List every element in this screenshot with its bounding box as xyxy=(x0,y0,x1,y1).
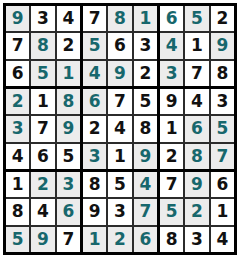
box-2: 781563492 xyxy=(83,6,157,86)
cell-r1c3[interactable]: 4 xyxy=(57,6,80,31)
cell-r3c4[interactable]: 4 xyxy=(83,61,106,86)
cell-r7c4[interactable]: 8 xyxy=(83,172,106,197)
cell-r5c1[interactable]: 3 xyxy=(6,116,29,141)
cell-r9c1[interactable]: 5 xyxy=(6,227,29,252)
cell-r2c2[interactable]: 8 xyxy=(31,33,54,58)
cell-r4c1[interactable]: 2 xyxy=(6,89,29,114)
cell-r6c5[interactable]: 1 xyxy=(108,144,131,169)
cell-r2c3[interactable]: 2 xyxy=(57,33,80,58)
cell-r4c6[interactable]: 5 xyxy=(134,89,157,114)
box-5: 675248319 xyxy=(83,89,157,169)
cell-r6c9[interactable]: 7 xyxy=(211,144,234,169)
cell-r5c9[interactable]: 5 xyxy=(211,116,234,141)
cell-r6c4[interactable]: 3 xyxy=(83,144,106,169)
sudoku-board: 9347826517815634926524193782183794656752… xyxy=(3,3,237,255)
cell-r8c9[interactable]: 1 xyxy=(211,199,234,224)
cell-r2c4[interactable]: 5 xyxy=(83,33,106,58)
box-8: 854937126 xyxy=(83,172,157,252)
box-4: 218379465 xyxy=(6,89,80,169)
cell-r2c7[interactable]: 4 xyxy=(160,33,183,58)
cell-r5c3[interactable]: 9 xyxy=(57,116,80,141)
box-1: 934782651 xyxy=(6,6,80,86)
cell-r4c3[interactable]: 8 xyxy=(57,89,80,114)
cell-r1c7[interactable]: 6 xyxy=(160,6,183,31)
cell-r5c4[interactable]: 2 xyxy=(83,116,106,141)
cell-r4c8[interactable]: 4 xyxy=(185,89,208,114)
cell-r3c2[interactable]: 5 xyxy=(31,61,54,86)
box-7: 123846597 xyxy=(6,172,80,252)
cell-r1c5[interactable]: 8 xyxy=(108,6,131,31)
cell-r3c9[interactable]: 8 xyxy=(211,61,234,86)
sudoku-page: 9347826517815634926524193782183794656752… xyxy=(0,0,240,265)
cell-r7c3[interactable]: 3 xyxy=(57,172,80,197)
cell-r7c2[interactable]: 2 xyxy=(31,172,54,197)
cell-r3c1[interactable]: 6 xyxy=(6,61,29,86)
cell-r8c5[interactable]: 3 xyxy=(108,199,131,224)
cell-r2c5[interactable]: 6 xyxy=(108,33,131,58)
cell-r1c6[interactable]: 1 xyxy=(134,6,157,31)
cell-r6c1[interactable]: 4 xyxy=(6,144,29,169)
cell-r7c1[interactable]: 1 xyxy=(6,172,29,197)
cell-r3c6[interactable]: 2 xyxy=(134,61,157,86)
cell-r7c5[interactable]: 5 xyxy=(108,172,131,197)
cell-r8c3[interactable]: 6 xyxy=(57,199,80,224)
box-6: 943165287 xyxy=(160,89,234,169)
cell-r1c9[interactable]: 2 xyxy=(211,6,234,31)
cell-r5c6[interactable]: 8 xyxy=(134,116,157,141)
cell-r2c6[interactable]: 3 xyxy=(134,33,157,58)
cell-r6c8[interactable]: 8 xyxy=(185,144,208,169)
cell-r9c3[interactable]: 7 xyxy=(57,227,80,252)
cell-r3c7[interactable]: 3 xyxy=(160,61,183,86)
cell-r8c7[interactable]: 5 xyxy=(160,199,183,224)
cell-r8c8[interactable]: 2 xyxy=(185,199,208,224)
cell-r8c6[interactable]: 7 xyxy=(134,199,157,224)
cell-r4c9[interactable]: 3 xyxy=(211,89,234,114)
cell-r7c9[interactable]: 6 xyxy=(211,172,234,197)
cell-r3c3[interactable]: 1 xyxy=(57,61,80,86)
cell-r5c8[interactable]: 6 xyxy=(185,116,208,141)
cell-r7c6[interactable]: 4 xyxy=(134,172,157,197)
cell-r1c2[interactable]: 3 xyxy=(31,6,54,31)
cell-r6c6[interactable]: 9 xyxy=(134,144,157,169)
cell-r4c5[interactable]: 7 xyxy=(108,89,131,114)
cell-r8c4[interactable]: 9 xyxy=(83,199,106,224)
cell-r3c5[interactable]: 9 xyxy=(108,61,131,86)
cell-r4c4[interactable]: 6 xyxy=(83,89,106,114)
cell-r2c1[interactable]: 7 xyxy=(6,33,29,58)
cell-r8c2[interactable]: 4 xyxy=(31,199,54,224)
box-9: 796521834 xyxy=(160,172,234,252)
cell-r8c1[interactable]: 8 xyxy=(6,199,29,224)
cell-r9c4[interactable]: 1 xyxy=(83,227,106,252)
cell-r5c7[interactable]: 1 xyxy=(160,116,183,141)
cell-r5c5[interactable]: 4 xyxy=(108,116,131,141)
cell-r9c6[interactable]: 6 xyxy=(134,227,157,252)
cell-r7c8[interactable]: 9 xyxy=(185,172,208,197)
cell-r2c8[interactable]: 1 xyxy=(185,33,208,58)
box-3: 652419378 xyxy=(160,6,234,86)
cell-r4c7[interactable]: 9 xyxy=(160,89,183,114)
cell-r6c2[interactable]: 6 xyxy=(31,144,54,169)
cell-r5c2[interactable]: 7 xyxy=(31,116,54,141)
cell-r9c5[interactable]: 2 xyxy=(108,227,131,252)
cell-r1c1[interactable]: 9 xyxy=(6,6,29,31)
cell-r9c8[interactable]: 3 xyxy=(185,227,208,252)
cell-r9c2[interactable]: 9 xyxy=(31,227,54,252)
cell-r2c9[interactable]: 9 xyxy=(211,33,234,58)
cell-r4c2[interactable]: 1 xyxy=(31,89,54,114)
cell-r7c7[interactable]: 7 xyxy=(160,172,183,197)
cell-r1c4[interactable]: 7 xyxy=(83,6,106,31)
cell-r9c9[interactable]: 4 xyxy=(211,227,234,252)
cell-r6c3[interactable]: 5 xyxy=(57,144,80,169)
cell-r3c8[interactable]: 7 xyxy=(185,61,208,86)
cell-r1c8[interactable]: 5 xyxy=(185,6,208,31)
cell-r6c7[interactable]: 2 xyxy=(160,144,183,169)
cell-r9c7[interactable]: 8 xyxy=(160,227,183,252)
